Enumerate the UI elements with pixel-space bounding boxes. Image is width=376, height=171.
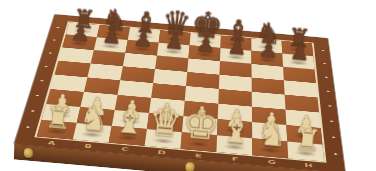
- white-bishop-f1[interactable]: ♝: [219, 113, 252, 149]
- square-c6[interactable]: [123, 53, 157, 69]
- square-g5[interactable]: [252, 78, 285, 95]
- square-f1[interactable]: ♝: [216, 135, 252, 155]
- black-pawn-d7[interactable]: ♟: [163, 30, 184, 54]
- inlay-dot: [30, 110, 34, 112]
- black-pawn-h7[interactable]: ♟: [289, 41, 310, 65]
- black-pawn-e7[interactable]: ♟: [195, 33, 216, 57]
- square-b1[interactable]: ♞: [73, 123, 112, 143]
- square-g7[interactable]: ♟: [251, 51, 283, 67]
- white-knight-b1[interactable]: ♞: [77, 101, 110, 137]
- black-pawn-a7[interactable]: ♟: [69, 22, 90, 46]
- board-perspective-wrapper: ♜♞♝♛♚♝♞♜♟♟♟♟♟♟♟♟♟♟♟♟♟♟♟♟♜♞♝♛♚♝♞♜ ABCDEFG…: [23, 0, 348, 171]
- inlay-dot: [40, 80, 43, 82]
- board-frame: ♜♞♝♛♚♝♞♜♟♟♟♟♟♟♟♟♟♟♟♟♟♟♟♟♜♞♝♛♚♝♞♜ ABCDEFG…: [14, 14, 345, 171]
- black-pawn-b7[interactable]: ♟: [101, 25, 122, 49]
- square-a6[interactable]: [58, 47, 93, 63]
- inlay-dot: [35, 95, 39, 97]
- chess-set-photo: ♜♞♝♛♚♝♞♜♟♟♟♟♟♟♟♟♟♟♟♟♟♟♟♟♜♞♝♛♚♝♞♜ ABCDEFG…: [0, 0, 376, 171]
- inlay-dot: [328, 105, 331, 107]
- brass-clasp-1: [24, 148, 33, 158]
- white-rook-h1[interactable]: ♜: [293, 124, 322, 155]
- white-bishop-c1[interactable]: ♝: [112, 104, 145, 140]
- black-pawn-c7[interactable]: ♟: [132, 27, 153, 51]
- square-d5[interactable]: [153, 69, 187, 86]
- square-a5[interactable]: [55, 61, 91, 78]
- square-h1[interactable]: ♜: [287, 141, 324, 161]
- square-d6[interactable]: [155, 56, 188, 72]
- board-grid: ♜♞♝♛♚♝♞♜♟♟♟♟♟♟♟♟♟♟♟♟♟♟♟♟♜♞♝♛♚♝♞♜: [34, 21, 326, 162]
- square-e5[interactable]: [186, 72, 219, 89]
- square-c1[interactable]: ♝: [109, 126, 147, 146]
- square-e1[interactable]: ♚: [180, 132, 217, 152]
- black-pawn-f7[interactable]: ♟: [226, 36, 247, 60]
- square-a1[interactable]: ♜: [37, 120, 77, 140]
- inlay-dot: [56, 27, 59, 28]
- chess-board: ♜♞♝♛♚♝♞♜♟♟♟♟♟♟♟♟♟♟♟♟♟♟♟♟♜♞♝♛♚♝♞♜ ABCDEFG…: [14, 14, 345, 171]
- inlay-dot: [52, 39, 55, 40]
- square-e6[interactable]: [187, 58, 220, 74]
- white-knight-g1[interactable]: ♞: [255, 117, 288, 153]
- inlay-dot: [44, 66, 47, 68]
- square-b5[interactable]: [87, 63, 122, 80]
- inlay-dot: [331, 136, 334, 138]
- square-b6[interactable]: [91, 50, 126, 66]
- inlay-dot: [26, 126, 30, 128]
- inlay-dot: [330, 120, 333, 122]
- inlay-dot: [323, 63, 326, 64]
- square-g1[interactable]: ♞: [252, 138, 288, 158]
- white-rook-a1[interactable]: ♜: [43, 102, 72, 133]
- brass-clasp-2: [185, 162, 195, 171]
- inlay-dot: [321, 50, 324, 51]
- square-c5[interactable]: [120, 66, 155, 83]
- inlay-dot: [333, 153, 336, 155]
- inlay-dot: [326, 90, 329, 92]
- black-pawn-g7[interactable]: ♟: [257, 38, 278, 62]
- inlay-dot: [324, 76, 327, 78]
- inlay-dot: [48, 52, 51, 53]
- square-d1[interactable]: ♛: [145, 129, 182, 149]
- white-king-e1[interactable]: ♚: [180, 102, 220, 146]
- white-queen-d1[interactable]: ♛: [146, 103, 183, 144]
